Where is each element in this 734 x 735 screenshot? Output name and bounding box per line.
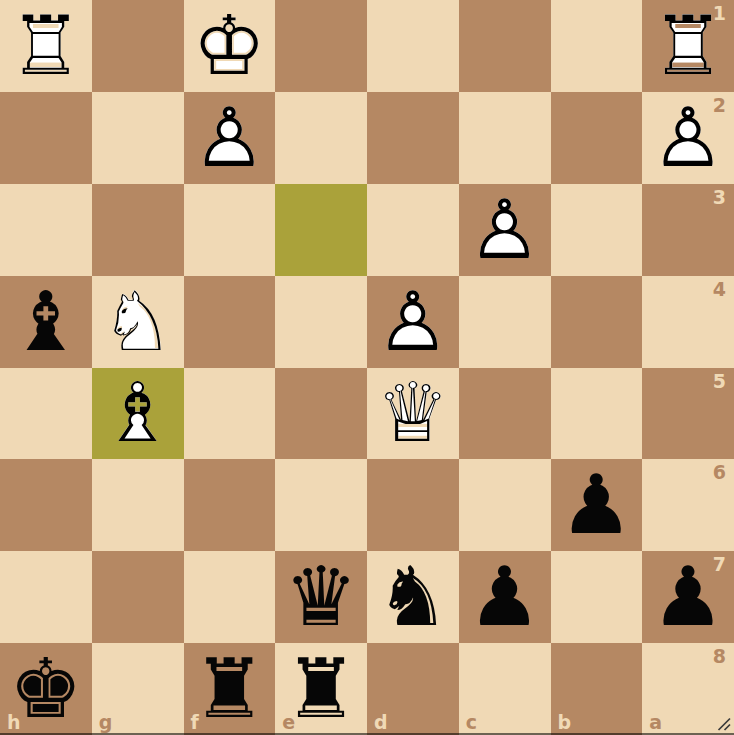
- square-f6[interactable]: [184, 459, 276, 551]
- square-g2[interactable]: [92, 92, 184, 184]
- square-c5[interactable]: [459, 368, 551, 460]
- piece-glyph-fill: ♜: [0, 0, 92, 92]
- square-e8[interactable]: ♜e: [275, 643, 367, 735]
- black-pawn[interactable]: ♟: [459, 551, 551, 643]
- piece-glyph-fill: ♜: [642, 0, 734, 92]
- piece-glyph-outline: ♖: [642, 0, 734, 92]
- piece-glyph-outline: ♕: [367, 368, 459, 460]
- piece-glyph-outline: ♔: [184, 0, 276, 92]
- square-d7[interactable]: ♞: [367, 551, 459, 643]
- piece-glyph-fill: ♞: [92, 276, 184, 368]
- square-h5[interactable]: [0, 368, 92, 460]
- square-a1[interactable]: ♜♖1: [642, 0, 734, 92]
- square-b1[interactable]: [551, 0, 643, 92]
- black-bishop[interactable]: ♝: [0, 276, 92, 368]
- file-label-c: c: [466, 713, 477, 732]
- square-a5[interactable]: 5: [642, 368, 734, 460]
- white-pawn[interactable]: ♟♙: [642, 92, 734, 184]
- square-d6[interactable]: [367, 459, 459, 551]
- resize-handle-icon[interactable]: [715, 715, 731, 731]
- piece-glyph-fill: ♟: [551, 459, 643, 551]
- white-rook[interactable]: ♜♖: [0, 0, 92, 92]
- black-rook[interactable]: ♜: [275, 643, 367, 735]
- square-h1[interactable]: ♜♖: [0, 0, 92, 92]
- square-f3[interactable]: [184, 184, 276, 276]
- white-pawn[interactable]: ♟♙: [459, 184, 551, 276]
- piece-glyph-fill: ♟: [459, 551, 551, 643]
- square-d4[interactable]: ♟♙: [367, 276, 459, 368]
- square-d1[interactable]: [367, 0, 459, 92]
- black-pawn[interactable]: ♟: [642, 551, 734, 643]
- square-g6[interactable]: [92, 459, 184, 551]
- square-g5[interactable]: ♝♗: [92, 368, 184, 460]
- file-label-g: g: [99, 713, 113, 732]
- piece-glyph-outline: ♙: [459, 184, 551, 276]
- square-b3[interactable]: [551, 184, 643, 276]
- file-label-d: d: [374, 713, 388, 732]
- piece-glyph-outline: ♘: [92, 276, 184, 368]
- piece-glyph-fill: ♚: [184, 0, 276, 92]
- piece-glyph-fill: ♝: [0, 276, 92, 368]
- square-h2[interactable]: [0, 92, 92, 184]
- rank-label-5: 5: [713, 372, 726, 391]
- square-a3[interactable]: 3: [642, 184, 734, 276]
- piece-glyph-fill: ♚: [0, 643, 92, 735]
- piece-glyph-fill: ♜: [275, 643, 367, 735]
- square-g1[interactable]: [92, 0, 184, 92]
- square-d8[interactable]: d: [367, 643, 459, 735]
- square-b5[interactable]: [551, 368, 643, 460]
- square-a8[interactable]: a8: [642, 643, 734, 735]
- piece-glyph-fill: ♛: [367, 368, 459, 460]
- square-g3[interactable]: [92, 184, 184, 276]
- rank-label-4: 4: [713, 280, 726, 299]
- square-g4[interactable]: ♞♘: [92, 276, 184, 368]
- square-f8[interactable]: ♜f: [184, 643, 276, 735]
- square-e4[interactable]: [275, 276, 367, 368]
- square-e6[interactable]: [275, 459, 367, 551]
- white-rook[interactable]: ♜♖: [642, 0, 734, 92]
- chess-board: ♜♖♚♔♜♖1♟♙♟♙2♟♙3♝♞♘♟♙4♝♗♛♕5♟6♛♞♟♟7♚hg♜f♜e…: [0, 0, 734, 735]
- square-f5[interactable]: [184, 368, 276, 460]
- piece-glyph-fill: ♞: [367, 551, 459, 643]
- rank-label-3: 3: [713, 188, 726, 207]
- square-h8[interactable]: ♚h: [0, 643, 92, 735]
- white-pawn[interactable]: ♟♙: [184, 92, 276, 184]
- square-e7[interactable]: ♛: [275, 551, 367, 643]
- piece-glyph-fill: ♜: [184, 643, 276, 735]
- square-e1[interactable]: [275, 0, 367, 92]
- piece-glyph-fill: ♟: [642, 551, 734, 643]
- black-pawn[interactable]: ♟: [551, 459, 643, 551]
- square-a7[interactable]: ♟7: [642, 551, 734, 643]
- white-pawn[interactable]: ♟♙: [367, 276, 459, 368]
- piece-glyph-fill: ♟: [459, 184, 551, 276]
- piece-glyph-outline: ♙: [367, 276, 459, 368]
- square-e2[interactable]: [275, 92, 367, 184]
- file-label-b: b: [558, 713, 572, 732]
- square-c7[interactable]: ♟: [459, 551, 551, 643]
- rank-label-8: 8: [713, 647, 726, 666]
- square-e5[interactable]: [275, 368, 367, 460]
- white-knight[interactable]: ♞♘: [92, 276, 184, 368]
- square-a6[interactable]: 6: [642, 459, 734, 551]
- square-c1[interactable]: [459, 0, 551, 92]
- piece-glyph-outline: ♙: [642, 92, 734, 184]
- square-c4[interactable]: [459, 276, 551, 368]
- square-b2[interactable]: [551, 92, 643, 184]
- piece-glyph-fill: ♟: [642, 92, 734, 184]
- piece-glyph-fill: ♟: [184, 92, 276, 184]
- square-b8[interactable]: b: [551, 643, 643, 735]
- square-h6[interactable]: [0, 459, 92, 551]
- piece-glyph-outline: ♖: [0, 0, 92, 92]
- black-knight[interactable]: ♞: [367, 551, 459, 643]
- square-f1[interactable]: ♚♔: [184, 0, 276, 92]
- black-queen[interactable]: ♛: [275, 551, 367, 643]
- square-a2[interactable]: ♟♙2: [642, 92, 734, 184]
- square-b7[interactable]: [551, 551, 643, 643]
- square-b4[interactable]: [551, 276, 643, 368]
- square-d2[interactable]: [367, 92, 459, 184]
- piece-glyph-outline: ♗: [92, 368, 184, 460]
- piece-glyph-fill: ♛: [275, 551, 367, 643]
- piece-glyph-fill: ♟: [367, 276, 459, 368]
- square-c8[interactable]: c: [459, 643, 551, 735]
- square-h7[interactable]: [0, 551, 92, 643]
- square-f4[interactable]: [184, 276, 276, 368]
- piece-glyph-fill: ♝: [92, 368, 184, 460]
- square-d5[interactable]: ♛♕: [367, 368, 459, 460]
- square-d3[interactable]: [367, 184, 459, 276]
- square-c2[interactable]: [459, 92, 551, 184]
- white-king[interactable]: ♚♔: [184, 0, 276, 92]
- square-g7[interactable]: [92, 551, 184, 643]
- square-a4[interactable]: 4: [642, 276, 734, 368]
- square-e3[interactable]: [275, 184, 367, 276]
- white-queen[interactable]: ♛♕: [367, 368, 459, 460]
- square-b6[interactable]: ♟: [551, 459, 643, 551]
- black-rook[interactable]: ♜: [184, 643, 276, 735]
- white-bishop[interactable]: ♝♗: [92, 368, 184, 460]
- file-label-a: a: [649, 713, 662, 732]
- square-c3[interactable]: ♟♙: [459, 184, 551, 276]
- black-king[interactable]: ♚: [0, 643, 92, 735]
- square-f2[interactable]: ♟♙: [184, 92, 276, 184]
- square-h4[interactable]: ♝: [0, 276, 92, 368]
- square-g8[interactable]: g: [92, 643, 184, 735]
- square-h3[interactable]: [0, 184, 92, 276]
- square-c6[interactable]: [459, 459, 551, 551]
- piece-glyph-outline: ♙: [184, 92, 276, 184]
- rank-label-6: 6: [713, 463, 726, 482]
- square-f7[interactable]: [184, 551, 276, 643]
